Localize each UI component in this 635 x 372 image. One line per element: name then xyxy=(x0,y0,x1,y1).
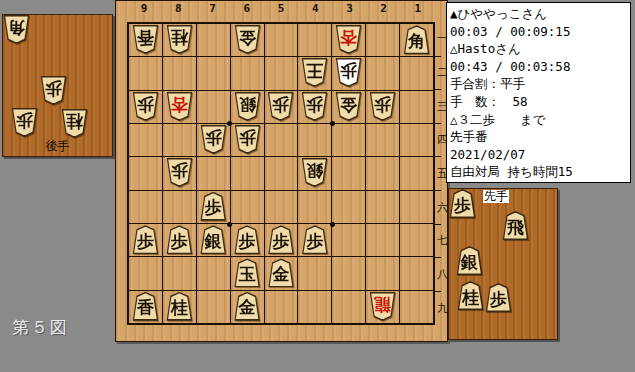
square-11[interactable]: 角 xyxy=(400,24,433,56)
rank-label-7: 七 xyxy=(437,224,448,258)
last-move-line: △３二歩 まで xyxy=(450,111,630,129)
file-label-6: 6 xyxy=(230,2,264,19)
piece-silver-sente[interactable]: 銀 xyxy=(200,225,227,254)
square-29[interactable]: 龍 xyxy=(366,291,399,323)
square-37[interactable] xyxy=(332,224,365,256)
rank-tick xyxy=(435,291,441,292)
piece-gold-gote[interactable]: 金 xyxy=(234,25,261,54)
square-41[interactable] xyxy=(298,24,331,56)
piece-pawn-sente[interactable]: 歩 xyxy=(267,225,294,254)
square-71[interactable] xyxy=(197,24,230,56)
square-81[interactable]: 桂 xyxy=(163,24,196,56)
handicap-line: 手合割：平手 xyxy=(450,75,630,93)
square-96[interactable] xyxy=(129,191,162,223)
square-14[interactable] xyxy=(400,124,433,156)
square-34[interactable] xyxy=(332,124,365,156)
square-61[interactable]: 金 xyxy=(231,24,264,56)
square-66[interactable] xyxy=(231,191,264,223)
square-51[interactable] xyxy=(265,24,298,56)
hand-piece-knight-sente[interactable]: 桂 xyxy=(457,281,484,310)
piece-pawn-sente[interactable]: 歩 xyxy=(166,225,193,254)
square-95[interactable] xyxy=(129,157,162,189)
file-label-2: 2 xyxy=(367,2,401,19)
square-68[interactable]: 玉 xyxy=(231,257,264,289)
square-72[interactable] xyxy=(197,57,230,89)
square-31[interactable]: 杏 xyxy=(332,24,365,56)
rank-label-6: 六 xyxy=(437,190,448,224)
square-21[interactable] xyxy=(366,24,399,56)
piece-lance-sente[interactable]: 香 xyxy=(132,292,159,321)
square-39[interactable] xyxy=(332,291,365,323)
hand-piece-knight-gote[interactable]: 桂 xyxy=(61,109,88,138)
square-53[interactable]: 歩 xyxy=(265,91,298,123)
square-77[interactable]: 銀 xyxy=(197,224,230,256)
square-87[interactable]: 歩 xyxy=(163,224,196,256)
square-26[interactable] xyxy=(366,191,399,223)
file-label-9: 9 xyxy=(127,2,161,19)
piece-pawn-gote[interactable]: 歩 xyxy=(267,92,294,121)
square-45[interactable]: 銀 xyxy=(298,157,331,189)
star-point xyxy=(227,222,232,227)
star-point xyxy=(330,121,335,126)
file-coordinates: 987654321 xyxy=(127,2,435,19)
square-74[interactable]: 歩 xyxy=(197,124,230,156)
shogi-board: 987654321 香桂金杏角王歩歩杏銀歩歩金歩歩歩歩銀歩歩歩銀歩歩歩玉金香桂金… xyxy=(115,0,448,342)
rank-tick xyxy=(435,224,441,225)
square-17[interactable] xyxy=(400,224,433,256)
piece-king-gote[interactable]: 王 xyxy=(301,58,328,87)
piece-gold-sente[interactable]: 金 xyxy=(267,258,294,287)
square-64[interactable]: 歩 xyxy=(231,124,264,156)
square-63[interactable]: 銀 xyxy=(231,91,264,123)
piece-pawn-sente[interactable]: 歩 xyxy=(200,192,227,221)
square-49[interactable] xyxy=(298,291,331,323)
square-88[interactable] xyxy=(163,257,196,289)
square-33[interactable]: 金 xyxy=(332,91,365,123)
piece-king-sente[interactable]: 玉 xyxy=(234,258,261,287)
square-98[interactable] xyxy=(129,257,162,289)
game-type-line: 自由対局 持ち時間15 xyxy=(450,163,630,181)
hand-piece-pawn-gote[interactable]: 歩 xyxy=(40,76,67,105)
piece-pawn-sente[interactable]: 歩 xyxy=(132,225,159,254)
piece-gold-sente[interactable]: 金 xyxy=(234,292,261,321)
shogi-app-window: 987654321 香桂金杏角王歩歩杏銀歩歩金歩歩歩歩銀歩歩歩銀歩歩歩玉金香桂金… xyxy=(0,0,635,372)
square-76[interactable]: 歩 xyxy=(197,191,230,223)
square-78[interactable] xyxy=(197,257,230,289)
square-86[interactable] xyxy=(163,191,196,223)
square-91[interactable]: 香 xyxy=(129,24,162,56)
square-94[interactable] xyxy=(129,124,162,156)
rank-label-8: 八 xyxy=(437,258,448,292)
rank-tick xyxy=(435,156,441,157)
piece-knight-sente[interactable]: 桂 xyxy=(166,292,193,321)
piece-pawn-gote[interactable]: 歩 xyxy=(301,92,328,121)
square-59[interactable] xyxy=(265,291,298,323)
piece-pawn-gote[interactable]: 歩 xyxy=(234,125,261,154)
square-69[interactable]: 金 xyxy=(231,291,264,323)
square-75[interactable] xyxy=(197,157,230,189)
square-55[interactable] xyxy=(265,157,298,189)
file-label-4: 4 xyxy=(298,2,332,19)
square-47[interactable]: 歩 xyxy=(298,224,331,256)
hand-piece-silver-sente[interactable]: 銀 xyxy=(456,246,483,275)
square-43[interactable]: 歩 xyxy=(298,91,331,123)
hand-piece-rook-sente[interactable]: 飛 xyxy=(502,211,529,240)
gote-piece-stand: 後手 歩歩桂角 xyxy=(2,14,113,157)
file-label-5: 5 xyxy=(264,2,298,19)
square-79[interactable] xyxy=(197,291,230,323)
square-52[interactable] xyxy=(265,57,298,89)
rank-tick xyxy=(435,123,441,124)
square-35[interactable] xyxy=(332,157,365,189)
square-32[interactable]: 歩 xyxy=(332,57,365,89)
sente-piece-stand: 先手 飛銀桂歩歩 xyxy=(448,188,558,340)
figure-caption: 第５図 xyxy=(12,316,69,339)
piece-promoted-lance-gote[interactable]: 杏 xyxy=(166,92,193,121)
square-84[interactable] xyxy=(163,124,196,156)
piece-pawn-gote[interactable]: 歩 xyxy=(166,158,193,187)
square-13[interactable] xyxy=(400,91,433,123)
square-92[interactable] xyxy=(129,57,162,89)
piece-gold-gote[interactable]: 金 xyxy=(335,92,362,121)
file-label-3: 3 xyxy=(332,2,366,19)
piece-pawn-gote[interactable]: 歩 xyxy=(369,92,396,121)
square-46[interactable] xyxy=(298,191,331,223)
hand-piece-pawn-sente[interactable]: 歩 xyxy=(485,283,512,312)
piece-knight-gote[interactable]: 桂 xyxy=(166,25,193,54)
square-42[interactable]: 王 xyxy=(298,57,331,89)
game-info-panel: ▲ひややっこさん 00:03 / 00:09:15 △Hastoさん 00:43… xyxy=(446,2,631,183)
date-line: 2021/02/07 xyxy=(450,146,630,164)
rank-label-9: 九 xyxy=(437,291,448,325)
square-18[interactable] xyxy=(400,257,433,289)
hand-piece-pawn-gote[interactable]: 歩 xyxy=(11,108,38,137)
square-89[interactable]: 桂 xyxy=(163,291,196,323)
piece-pawn-sente[interactable]: 歩 xyxy=(301,225,328,254)
square-28[interactable] xyxy=(366,257,399,289)
square-48[interactable] xyxy=(298,257,331,289)
piece-dragon-gote[interactable]: 龍 xyxy=(369,292,396,321)
square-19[interactable] xyxy=(400,291,433,323)
hand-piece-bishop-gote[interactable]: 角 xyxy=(3,15,30,44)
file-label-1: 1 xyxy=(401,2,435,19)
square-54[interactable] xyxy=(265,124,298,156)
square-73[interactable] xyxy=(197,91,230,123)
star-point xyxy=(227,121,232,126)
square-38[interactable] xyxy=(332,257,365,289)
piece-pawn-gote[interactable]: 歩 xyxy=(200,125,227,154)
piece-pawn-sente[interactable]: 歩 xyxy=(234,225,261,254)
file-label-8: 8 xyxy=(161,2,195,19)
gote-stand-label: 後手 xyxy=(3,138,112,155)
square-56[interactable] xyxy=(265,191,298,223)
square-15[interactable] xyxy=(400,157,433,189)
piece-promoted-lance-gote[interactable]: 杏 xyxy=(335,25,362,54)
hand-piece-pawn-sente[interactable]: 歩 xyxy=(449,189,476,218)
gote-player-name: △Hastoさん xyxy=(450,40,630,58)
piece-silver-gote[interactable]: 銀 xyxy=(301,158,328,187)
rank-tick xyxy=(435,190,441,191)
square-44[interactable] xyxy=(298,124,331,156)
square-85[interactable]: 歩 xyxy=(163,157,196,189)
square-23[interactable]: 歩 xyxy=(366,91,399,123)
square-36[interactable] xyxy=(332,191,365,223)
square-58[interactable]: 金 xyxy=(265,257,298,289)
square-67[interactable]: 歩 xyxy=(231,224,264,256)
piece-lance-gote[interactable]: 香 xyxy=(132,25,159,54)
sente-player-name: ▲ひややっこさん xyxy=(450,5,630,23)
sente-stand-label: 先手 xyxy=(483,190,509,203)
square-99[interactable]: 香 xyxy=(129,291,162,323)
rank-tick xyxy=(435,56,441,57)
sente-clock: 00:03 / 00:09:15 xyxy=(450,23,630,41)
square-25[interactable] xyxy=(366,157,399,189)
square-57[interactable]: 歩 xyxy=(265,224,298,256)
gote-clock: 00:43 / 00:03:58 xyxy=(450,58,630,76)
move-count-line: 手 数： 58 xyxy=(450,93,630,111)
square-93[interactable]: 歩 xyxy=(129,91,162,123)
square-65[interactable] xyxy=(231,157,264,189)
square-16[interactable] xyxy=(400,191,433,223)
rank-tick xyxy=(435,89,441,90)
square-97[interactable]: 歩 xyxy=(129,224,162,256)
square-12[interactable] xyxy=(400,57,433,89)
square-24[interactable] xyxy=(366,124,399,156)
rank-tick xyxy=(435,257,441,258)
square-83[interactable]: 杏 xyxy=(163,91,196,123)
piece-bishop-sente[interactable]: 角 xyxy=(403,25,430,54)
file-label-7: 7 xyxy=(195,2,229,19)
square-27[interactable] xyxy=(366,224,399,256)
square-62[interactable] xyxy=(231,57,264,89)
turn-line: 先手番 xyxy=(450,128,630,146)
star-point xyxy=(330,222,335,227)
square-82[interactable] xyxy=(163,57,196,89)
piece-pawn-gote[interactable]: 歩 xyxy=(335,58,362,87)
piece-silver-gote[interactable]: 銀 xyxy=(234,92,261,121)
square-22[interactable] xyxy=(366,57,399,89)
piece-pawn-gote[interactable]: 歩 xyxy=(132,92,159,121)
board-grid: 香桂金杏角王歩歩杏銀歩歩金歩歩歩歩銀歩歩歩銀歩歩歩玉金香桂金龍 xyxy=(127,22,435,325)
